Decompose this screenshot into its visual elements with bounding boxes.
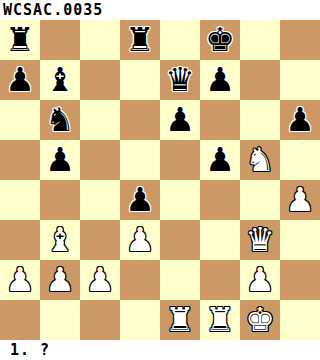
square-h3[interactable]	[280, 220, 320, 260]
square-e7[interactable]: ♛	[160, 60, 200, 100]
piece-black-king: ♚	[205, 20, 235, 60]
piece-black-bishop: ♝	[45, 60, 75, 100]
square-h4[interactable]: ♟	[280, 180, 320, 220]
piece-black-pawn: ♟	[45, 140, 75, 180]
square-b5[interactable]: ♟	[40, 140, 80, 180]
square-g1[interactable]: ♚	[240, 300, 280, 340]
square-a5[interactable]	[0, 140, 40, 180]
square-a7[interactable]: ♟	[0, 60, 40, 100]
square-d8[interactable]: ♜	[120, 20, 160, 60]
piece-white-rook: ♜	[205, 300, 235, 340]
square-h6[interactable]: ♟	[280, 100, 320, 140]
square-c6[interactable]	[80, 100, 120, 140]
square-e4[interactable]	[160, 180, 200, 220]
square-f6[interactable]	[200, 100, 240, 140]
square-f1[interactable]: ♜	[200, 300, 240, 340]
square-e6[interactable]: ♟	[160, 100, 200, 140]
piece-white-pawn: ♟	[85, 260, 115, 300]
chess-board: ♜♜♚♟♝♛♟♞♟♟♟♟♞♟♟♝♟♛♟♟♟♟♜♜♚	[0, 20, 320, 340]
piece-black-pawn: ♟	[125, 180, 155, 220]
square-d3[interactable]: ♟	[120, 220, 160, 260]
square-e8[interactable]	[160, 20, 200, 60]
square-h5[interactable]	[280, 140, 320, 180]
piece-white-queen: ♛	[245, 220, 275, 260]
piece-white-pawn: ♟	[45, 260, 75, 300]
square-a3[interactable]	[0, 220, 40, 260]
square-c2[interactable]: ♟	[80, 260, 120, 300]
square-c5[interactable]	[80, 140, 120, 180]
square-d5[interactable]	[120, 140, 160, 180]
square-g4[interactable]	[240, 180, 280, 220]
square-c3[interactable]	[80, 220, 120, 260]
square-b3[interactable]: ♝	[40, 220, 80, 260]
piece-white-bishop: ♝	[45, 220, 75, 260]
square-d2[interactable]	[120, 260, 160, 300]
square-f7[interactable]: ♟	[200, 60, 240, 100]
square-e3[interactable]	[160, 220, 200, 260]
square-g8[interactable]	[240, 20, 280, 60]
square-e1[interactable]: ♜	[160, 300, 200, 340]
square-f4[interactable]	[200, 180, 240, 220]
piece-black-rook: ♜	[5, 20, 35, 60]
square-h1[interactable]	[280, 300, 320, 340]
piece-black-pawn: ♟	[165, 100, 195, 140]
square-a8[interactable]: ♜	[0, 20, 40, 60]
square-d7[interactable]	[120, 60, 160, 100]
square-g7[interactable]	[240, 60, 280, 100]
square-a2[interactable]: ♟	[0, 260, 40, 300]
page-title: WCSAC.0035	[0, 0, 320, 20]
square-a1[interactable]	[0, 300, 40, 340]
square-b8[interactable]	[40, 20, 80, 60]
piece-white-pawn: ♟	[245, 260, 275, 300]
piece-black-pawn: ♟	[205, 140, 235, 180]
square-c4[interactable]	[80, 180, 120, 220]
square-h8[interactable]	[280, 20, 320, 60]
square-b7[interactable]: ♝	[40, 60, 80, 100]
square-f8[interactable]: ♚	[200, 20, 240, 60]
square-c8[interactable]	[80, 20, 120, 60]
square-a4[interactable]	[0, 180, 40, 220]
square-h2[interactable]	[280, 260, 320, 300]
piece-black-pawn: ♟	[5, 60, 35, 100]
piece-black-queen: ♛	[165, 60, 195, 100]
piece-white-knight: ♞	[245, 140, 275, 180]
square-g5[interactable]: ♞	[240, 140, 280, 180]
square-e2[interactable]	[160, 260, 200, 300]
square-b1[interactable]	[40, 300, 80, 340]
piece-black-pawn: ♟	[205, 60, 235, 100]
square-d1[interactable]	[120, 300, 160, 340]
square-g3[interactable]: ♛	[240, 220, 280, 260]
square-g6[interactable]	[240, 100, 280, 140]
square-c7[interactable]	[80, 60, 120, 100]
square-f3[interactable]	[200, 220, 240, 260]
piece-white-pawn: ♟	[5, 260, 35, 300]
square-g2[interactable]: ♟	[240, 260, 280, 300]
square-e5[interactable]	[160, 140, 200, 180]
square-h7[interactable]	[280, 60, 320, 100]
square-f2[interactable]	[200, 260, 240, 300]
square-b6[interactable]: ♞	[40, 100, 80, 140]
piece-white-pawn: ♟	[285, 180, 315, 220]
piece-white-king: ♚	[245, 300, 275, 340]
piece-black-rook: ♜	[125, 20, 155, 60]
piece-white-rook: ♜	[165, 300, 195, 340]
square-d4[interactable]: ♟	[120, 180, 160, 220]
square-d6[interactable]	[120, 100, 160, 140]
piece-black-knight: ♞	[45, 100, 75, 140]
square-c1[interactable]	[80, 300, 120, 340]
square-b4[interactable]	[40, 180, 80, 220]
piece-white-pawn: ♟	[125, 220, 155, 260]
piece-black-pawn: ♟	[285, 100, 315, 140]
move-prompt: 1. ?	[0, 340, 320, 360]
square-a6[interactable]	[0, 100, 40, 140]
square-f5[interactable]: ♟	[200, 140, 240, 180]
square-b2[interactable]: ♟	[40, 260, 80, 300]
